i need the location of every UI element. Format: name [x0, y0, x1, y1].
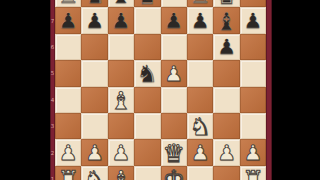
square-h8 — [240, 0, 266, 7]
black-pawn: ♟ — [59, 11, 78, 32]
square-e5: ♟ — [161, 60, 187, 86]
square-b1: ♞ — [81, 166, 107, 180]
square-h6 — [240, 34, 266, 60]
square-f5 — [187, 60, 213, 86]
square-a2: ♟ — [55, 139, 81, 165]
square-f1 — [187, 166, 213, 180]
square-e3 — [161, 113, 187, 139]
square-d3 — [134, 113, 160, 139]
square-d5: ♞ — [134, 60, 160, 86]
black-bishop: ♝ — [216, 9, 238, 33]
white-knight: ♞ — [84, 167, 106, 180]
square-c7: ♟ — [108, 7, 134, 33]
white-pawn: ♟ — [59, 143, 78, 164]
square-g2: ♟ — [213, 139, 239, 165]
square-f6 — [187, 34, 213, 60]
black-queen: ♛ — [136, 0, 158, 7]
square-e8 — [161, 0, 187, 7]
white-king: ♚ — [163, 167, 185, 180]
square-e6 — [161, 34, 187, 60]
black-pawn: ♟ — [191, 11, 210, 32]
square-d4 — [134, 87, 160, 113]
white-pawn: ♟ — [191, 143, 210, 164]
black-knight: ♞ — [137, 62, 159, 86]
square-f3: ♞ — [187, 113, 213, 139]
black-pawn: ♟ — [112, 11, 131, 32]
square-b3 — [81, 113, 107, 139]
black-pawn: ♟ — [164, 11, 183, 32]
square-d2 — [134, 139, 160, 165]
white-bishop: ♝ — [110, 167, 132, 180]
square-h3 — [240, 113, 266, 139]
white-rook: ♜ — [242, 167, 264, 180]
square-a1: ♜ — [55, 166, 81, 180]
square-a6 — [55, 34, 81, 60]
square-d8: ♛ — [134, 0, 160, 7]
white-pawn: ♟ — [244, 143, 263, 164]
square-d7 — [134, 7, 160, 33]
video-frame[interactable]: 87654321 ♜♞♝♛♜♚♟♟♟♟♟♝♟♟♞♟♝♞♟♟♟♛♟♟♟♜♞♝♚♜ — [0, 0, 320, 180]
square-c2: ♟ — [108, 139, 134, 165]
square-h7: ♟ — [240, 7, 266, 33]
square-a8: ♜ — [55, 0, 81, 7]
square-d1 — [134, 166, 160, 180]
white-queen: ♛ — [163, 141, 185, 166]
square-h1: ♜ — [240, 166, 266, 180]
white-knight: ♞ — [189, 115, 211, 139]
black-rook: ♜ — [57, 0, 79, 7]
square-h2: ♟ — [240, 139, 266, 165]
black-bishop: ♝ — [110, 0, 132, 7]
white-rook: ♜ — [57, 167, 79, 180]
white-pawn: ♟ — [85, 143, 104, 164]
square-g5 — [213, 60, 239, 86]
square-c4: ♝ — [108, 87, 134, 113]
square-e1: ♚ — [161, 166, 187, 180]
black-pawn: ♟ — [244, 11, 263, 32]
black-pawn: ♟ — [217, 37, 236, 58]
square-d6 — [134, 34, 160, 60]
square-b8: ♞ — [81, 0, 107, 7]
square-b5 — [81, 60, 107, 86]
square-g6: ♟ — [213, 34, 239, 60]
square-a7: ♟ — [55, 7, 81, 33]
black-pawn: ♟ — [85, 11, 104, 32]
square-e2: ♛ — [161, 139, 187, 165]
square-g4 — [213, 87, 239, 113]
square-g7: ♝ — [213, 7, 239, 33]
square-b6 — [81, 34, 107, 60]
square-e4 — [161, 87, 187, 113]
white-bishop: ♝ — [110, 88, 132, 112]
white-pawn: ♟ — [164, 63, 183, 84]
square-c6 — [108, 34, 134, 60]
square-c1: ♝ — [108, 166, 134, 180]
square-c3 — [108, 113, 134, 139]
white-pawn: ♟ — [112, 143, 131, 164]
chess-board: ♜♞♝♛♜♚♟♟♟♟♟♝♟♟♞♟♝♞♟♟♟♛♟♟♟♜♞♝♚♜ — [55, 0, 266, 180]
square-a5 — [55, 60, 81, 86]
square-c8: ♝ — [108, 0, 134, 7]
square-f2: ♟ — [187, 139, 213, 165]
square-f8: ♜ — [187, 0, 213, 7]
white-pawn: ♟ — [217, 143, 236, 164]
black-rook: ♜ — [189, 0, 211, 7]
black-knight: ♞ — [84, 0, 106, 7]
square-b7: ♟ — [81, 7, 107, 33]
square-e7: ♟ — [161, 7, 187, 33]
square-f4 — [187, 87, 213, 113]
square-b2: ♟ — [81, 139, 107, 165]
square-f7: ♟ — [187, 7, 213, 33]
square-h5 — [240, 60, 266, 86]
square-b4 — [81, 87, 107, 113]
square-g3 — [213, 113, 239, 139]
square-g1 — [213, 166, 239, 180]
board-frame: 87654321 ♜♞♝♛♜♚♟♟♟♟♟♝♟♟♞♟♝♞♟♟♟♛♟♟♟♜♞♝♚♜ — [50, 0, 272, 180]
square-h4 — [240, 87, 266, 113]
square-a3 — [55, 113, 81, 139]
square-c5 — [108, 60, 134, 86]
square-a4 — [55, 87, 81, 113]
